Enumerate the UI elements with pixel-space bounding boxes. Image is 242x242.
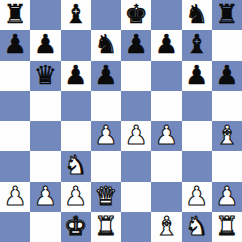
white-pawn[interactable]: ♟ bbox=[215, 183, 238, 209]
square-f3[interactable] bbox=[151, 151, 181, 181]
chess-board: ♜♝♚♞♜♟♟♞♟♟♝♛♟♟♟♟♟♟♟♝♞♟♟♟♛♟♟♚♜♝♞♜ bbox=[0, 0, 242, 242]
square-a6[interactable] bbox=[0, 61, 30, 91]
square-f5[interactable] bbox=[151, 91, 181, 121]
square-e5[interactable] bbox=[121, 91, 151, 121]
black-knight[interactable]: ♞ bbox=[94, 31, 117, 57]
square-d4[interactable]: ♟ bbox=[91, 121, 121, 151]
black-king[interactable]: ♚ bbox=[124, 1, 147, 27]
square-c4[interactable] bbox=[61, 121, 91, 151]
square-e7[interactable]: ♟ bbox=[121, 30, 151, 60]
black-rook[interactable]: ♜ bbox=[215, 1, 238, 27]
white-rook[interactable]: ♜ bbox=[94, 213, 117, 239]
black-pawn[interactable]: ♟ bbox=[94, 62, 117, 88]
square-a5[interactable] bbox=[0, 91, 30, 121]
black-knight[interactable]: ♞ bbox=[185, 1, 208, 27]
square-c6[interactable]: ♟ bbox=[61, 61, 91, 91]
square-h6[interactable]: ♟ bbox=[212, 61, 242, 91]
black-rook[interactable]: ♜ bbox=[3, 1, 26, 27]
square-f8[interactable] bbox=[151, 0, 181, 30]
black-bishop[interactable]: ♝ bbox=[185, 31, 208, 57]
square-g4[interactable] bbox=[182, 121, 212, 151]
square-g2[interactable]: ♟ bbox=[182, 182, 212, 212]
square-d7[interactable]: ♞ bbox=[91, 30, 121, 60]
square-g8[interactable]: ♞ bbox=[182, 0, 212, 30]
white-queen[interactable]: ♛ bbox=[94, 183, 117, 209]
square-g6[interactable]: ♟ bbox=[182, 61, 212, 91]
square-h8[interactable]: ♜ bbox=[212, 0, 242, 30]
square-d5[interactable] bbox=[91, 91, 121, 121]
white-knight[interactable]: ♞ bbox=[185, 213, 208, 239]
white-pawn[interactable]: ♟ bbox=[185, 183, 208, 209]
white-bishop[interactable]: ♝ bbox=[215, 122, 238, 148]
square-a4[interactable] bbox=[0, 121, 30, 151]
square-d8[interactable] bbox=[91, 0, 121, 30]
white-pawn[interactable]: ♟ bbox=[34, 183, 57, 209]
white-bishop[interactable]: ♝ bbox=[155, 213, 178, 239]
square-e2[interactable] bbox=[121, 182, 151, 212]
square-e6[interactable] bbox=[121, 61, 151, 91]
square-h7[interactable] bbox=[212, 30, 242, 60]
square-d3[interactable] bbox=[91, 151, 121, 181]
white-pawn[interactable]: ♟ bbox=[155, 122, 178, 148]
black-pawn[interactable]: ♟ bbox=[185, 62, 208, 88]
white-king[interactable]: ♚ bbox=[64, 213, 87, 239]
square-e4[interactable]: ♟ bbox=[121, 121, 151, 151]
black-bishop[interactable]: ♝ bbox=[64, 1, 87, 27]
square-h5[interactable] bbox=[212, 91, 242, 121]
square-b5[interactable] bbox=[30, 91, 60, 121]
square-c3[interactable]: ♞ bbox=[61, 151, 91, 181]
square-b8[interactable] bbox=[30, 0, 60, 30]
square-a8[interactable]: ♜ bbox=[0, 0, 30, 30]
white-rook[interactable]: ♜ bbox=[215, 213, 238, 239]
black-pawn[interactable]: ♟ bbox=[3, 31, 26, 57]
square-b3[interactable] bbox=[30, 151, 60, 181]
square-c1[interactable]: ♚ bbox=[61, 212, 91, 242]
square-b1[interactable] bbox=[30, 212, 60, 242]
black-pawn[interactable]: ♟ bbox=[215, 62, 238, 88]
square-h2[interactable]: ♟ bbox=[212, 182, 242, 212]
square-g1[interactable]: ♞ bbox=[182, 212, 212, 242]
black-pawn[interactable]: ♟ bbox=[64, 62, 87, 88]
square-d6[interactable]: ♟ bbox=[91, 61, 121, 91]
square-b2[interactable]: ♟ bbox=[30, 182, 60, 212]
square-d2[interactable]: ♛ bbox=[91, 182, 121, 212]
square-d1[interactable]: ♜ bbox=[91, 212, 121, 242]
square-b4[interactable] bbox=[30, 121, 60, 151]
square-g7[interactable]: ♝ bbox=[182, 30, 212, 60]
square-e3[interactable] bbox=[121, 151, 151, 181]
square-c5[interactable] bbox=[61, 91, 91, 121]
black-pawn[interactable]: ♟ bbox=[34, 31, 57, 57]
square-e1[interactable] bbox=[121, 212, 151, 242]
square-g3[interactable] bbox=[182, 151, 212, 181]
square-a1[interactable] bbox=[0, 212, 30, 242]
square-h1[interactable]: ♜ bbox=[212, 212, 242, 242]
white-knight[interactable]: ♞ bbox=[64, 152, 87, 178]
square-b7[interactable]: ♟ bbox=[30, 30, 60, 60]
square-c8[interactable]: ♝ bbox=[61, 0, 91, 30]
square-e8[interactable]: ♚ bbox=[121, 0, 151, 30]
square-f1[interactable]: ♝ bbox=[151, 212, 181, 242]
square-a3[interactable] bbox=[0, 151, 30, 181]
black-pawn[interactable]: ♟ bbox=[155, 31, 178, 57]
square-f7[interactable]: ♟ bbox=[151, 30, 181, 60]
white-pawn[interactable]: ♟ bbox=[3, 183, 26, 209]
square-f6[interactable] bbox=[151, 61, 181, 91]
white-pawn[interactable]: ♟ bbox=[124, 122, 147, 148]
square-b6[interactable]: ♛ bbox=[30, 61, 60, 91]
white-pawn[interactable]: ♟ bbox=[64, 183, 87, 209]
white-pawn[interactable]: ♟ bbox=[94, 122, 117, 148]
black-queen[interactable]: ♛ bbox=[34, 62, 57, 88]
square-g5[interactable] bbox=[182, 91, 212, 121]
square-f2[interactable] bbox=[151, 182, 181, 212]
square-a2[interactable]: ♟ bbox=[0, 182, 30, 212]
black-pawn[interactable]: ♟ bbox=[124, 31, 147, 57]
square-h4[interactable]: ♝ bbox=[212, 121, 242, 151]
square-c7[interactable] bbox=[61, 30, 91, 60]
square-a7[interactable]: ♟ bbox=[0, 30, 30, 60]
square-f4[interactable]: ♟ bbox=[151, 121, 181, 151]
square-c2[interactable]: ♟ bbox=[61, 182, 91, 212]
square-h3[interactable] bbox=[212, 151, 242, 181]
